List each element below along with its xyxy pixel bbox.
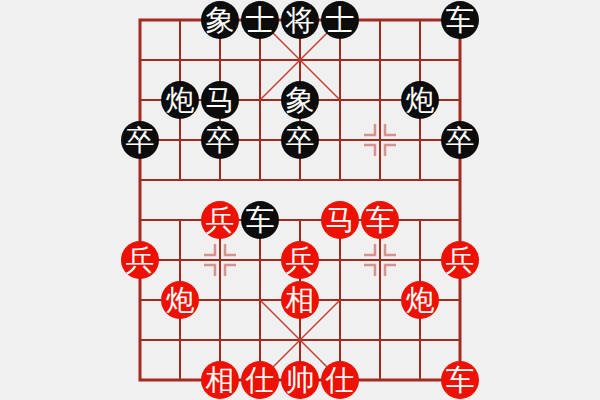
board-cell: 车 (440, 360, 480, 400)
piece-red-rook[interactable]: 车 (441, 361, 479, 399)
piece-red-general[interactable]: 帅 (281, 361, 319, 399)
board-cell: 帅 (280, 360, 320, 400)
board-cell: 车 (440, 0, 480, 40)
board-cell: 炮 (160, 80, 200, 120)
xiangqi-app-screen: 象士将士车炮马象炮卒卒卒卒兵车马车兵兵兵炮相炮相仕帅仕车 (0, 0, 600, 400)
board-cell: 车 (360, 200, 400, 240)
board-cell: 士 (320, 0, 360, 40)
board-cell: 仕 (320, 360, 360, 400)
board-cell: 仕 (240, 360, 280, 400)
board-cell: 卒 (200, 120, 240, 160)
piece-red-cannon[interactable]: 炮 (401, 281, 439, 319)
piece-black-cannon[interactable]: 炮 (401, 81, 439, 119)
piece-red-pawn[interactable]: 兵 (441, 241, 479, 279)
piece-black-advisor[interactable]: 士 (241, 1, 279, 39)
xiangqi-board[interactable]: 象士将士车炮马象炮卒卒卒卒兵车马车兵兵兵炮相炮相仕帅仕车 (120, 0, 480, 400)
board-cell: 相 (200, 360, 240, 400)
board-cell: 象 (280, 80, 320, 120)
piece-red-cannon[interactable]: 炮 (161, 281, 199, 319)
piece-black-horse[interactable]: 马 (201, 81, 239, 119)
board-cell: 相 (280, 280, 320, 320)
piece-black-rook[interactable]: 车 (241, 201, 279, 239)
board-cell: 兵 (200, 200, 240, 240)
board-cell: 士 (240, 0, 280, 40)
piece-red-advisor[interactable]: 仕 (321, 361, 359, 399)
piece-red-advisor[interactable]: 仕 (241, 361, 279, 399)
board-cell: 炮 (400, 280, 440, 320)
piece-black-pawn[interactable]: 卒 (281, 121, 319, 159)
piece-black-general[interactable]: 将 (281, 1, 319, 39)
piece-black-cannon[interactable]: 炮 (161, 81, 199, 119)
piece-black-elephant[interactable]: 象 (281, 81, 319, 119)
board-cell: 马 (200, 80, 240, 120)
piece-red-horse[interactable]: 马 (321, 201, 359, 239)
board-cell: 卒 (440, 120, 480, 160)
board-cell: 兵 (440, 240, 480, 280)
piece-black-pawn[interactable]: 卒 (121, 121, 159, 159)
board-cell: 将 (280, 0, 320, 40)
board-cell: 车 (240, 200, 280, 240)
board-cell: 炮 (160, 280, 200, 320)
piece-black-advisor[interactable]: 士 (321, 1, 359, 39)
board-cell: 象 (200, 0, 240, 40)
board-cell: 兵 (280, 240, 320, 280)
piece-red-pawn[interactable]: 兵 (281, 241, 319, 279)
piece-red-rook[interactable]: 车 (361, 201, 399, 239)
piece-red-elephant[interactable]: 相 (281, 281, 319, 319)
board-cell: 卒 (280, 120, 320, 160)
board-cell: 卒 (120, 120, 160, 160)
board-cell: 马 (320, 200, 360, 240)
piece-black-pawn[interactable]: 卒 (441, 121, 479, 159)
board-cell: 炮 (400, 80, 440, 120)
piece-red-elephant[interactable]: 相 (201, 361, 239, 399)
piece-black-rook[interactable]: 车 (441, 1, 479, 39)
piece-black-pawn[interactable]: 卒 (201, 121, 239, 159)
board-cell: 兵 (120, 240, 160, 280)
piece-red-pawn[interactable]: 兵 (121, 241, 159, 279)
piece-black-elephant[interactable]: 象 (201, 1, 239, 39)
piece-red-pawn[interactable]: 兵 (201, 201, 239, 239)
